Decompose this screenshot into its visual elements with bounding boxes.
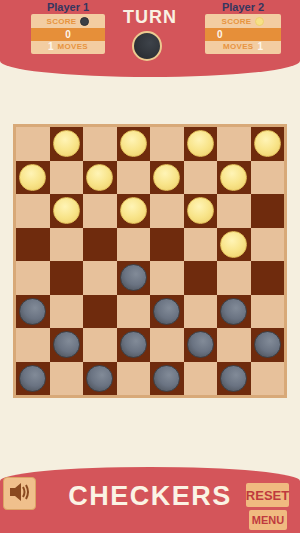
- checker-piece-yellow[interactable]: [220, 231, 247, 258]
- board-square[interactable]: [217, 228, 251, 262]
- board-square[interactable]: [50, 261, 84, 295]
- checker-piece-yellow[interactable]: [86, 164, 113, 191]
- checker-piece-dark[interactable]: [19, 365, 46, 392]
- checker-piece-dark[interactable]: [254, 331, 281, 358]
- player2-panel: SCORE 0 MOVES 1: [205, 14, 281, 54]
- board-square[interactable]: [117, 328, 151, 362]
- checker-piece-yellow[interactable]: [120, 130, 147, 157]
- player2-name: Player 2: [188, 1, 298, 13]
- board-square[interactable]: [251, 194, 285, 228]
- board-square[interactable]: [217, 295, 251, 329]
- checker-piece-dark[interactable]: [86, 365, 113, 392]
- checker-piece-dark[interactable]: [19, 298, 46, 325]
- board-square[interactable]: [117, 127, 151, 161]
- checker-piece-dark[interactable]: [220, 298, 247, 325]
- board-square[interactable]: [251, 261, 285, 295]
- player1-moves-row: 1 MOVES: [31, 41, 105, 52]
- board-square[interactable]: [150, 362, 184, 396]
- board-square[interactable]: [83, 261, 117, 295]
- board-square[interactable]: [184, 194, 218, 228]
- board-square[interactable]: [251, 295, 285, 329]
- board-square[interactable]: [150, 328, 184, 362]
- checker-piece-yellow[interactable]: [19, 164, 46, 191]
- checker-piece-yellow[interactable]: [153, 164, 180, 191]
- board-square[interactable]: [83, 328, 117, 362]
- reset-button[interactable]: RESET: [246, 483, 289, 507]
- checker-piece-dark[interactable]: [220, 365, 247, 392]
- player2-moves-row: MOVES 1: [205, 41, 281, 52]
- board-square[interactable]: [184, 328, 218, 362]
- player1-moves-label: MOVES: [58, 42, 88, 51]
- app-screen: Player 1 SCORE 0 1 MOVES TURN Player 2 S…: [0, 0, 300, 533]
- board-square[interactable]: [217, 362, 251, 396]
- checkers-board: [13, 124, 287, 398]
- board-square[interactable]: [150, 194, 184, 228]
- board-square[interactable]: [16, 328, 50, 362]
- checker-piece-yellow[interactable]: [120, 197, 147, 224]
- board-square[interactable]: [16, 127, 50, 161]
- board-square[interactable]: [83, 194, 117, 228]
- board-square[interactable]: [184, 228, 218, 262]
- board-square[interactable]: [150, 161, 184, 195]
- yellow-checker-icon: [255, 17, 264, 26]
- board-square[interactable]: [217, 161, 251, 195]
- player2-score-label: SCORE: [222, 17, 252, 26]
- player2-score-bar: 0: [205, 28, 281, 41]
- board-square[interactable]: [117, 194, 151, 228]
- board-square[interactable]: [50, 295, 84, 329]
- board-square[interactable]: [184, 362, 218, 396]
- board-square[interactable]: [83, 161, 117, 195]
- checker-piece-dark[interactable]: [187, 331, 214, 358]
- board-square[interactable]: [217, 194, 251, 228]
- board-square[interactable]: [251, 328, 285, 362]
- checker-piece-dark[interactable]: [153, 365, 180, 392]
- board-square[interactable]: [117, 161, 151, 195]
- board-square[interactable]: [16, 194, 50, 228]
- board-square[interactable]: [50, 362, 84, 396]
- board-square[interactable]: [16, 295, 50, 329]
- board-square[interactable]: [184, 261, 218, 295]
- board-square[interactable]: [117, 362, 151, 396]
- player2-score-row: SCORE: [205, 16, 281, 27]
- board-square[interactable]: [251, 228, 285, 262]
- board-square[interactable]: [50, 161, 84, 195]
- checker-piece-yellow[interactable]: [187, 197, 214, 224]
- menu-button[interactable]: MENU: [249, 510, 287, 530]
- board-square[interactable]: [16, 261, 50, 295]
- board-square[interactable]: [184, 295, 218, 329]
- board-grid: [16, 127, 284, 395]
- board-square[interactable]: [251, 127, 285, 161]
- board-square[interactable]: [83, 295, 117, 329]
- checker-piece-yellow[interactable]: [53, 130, 80, 157]
- board-square[interactable]: [217, 328, 251, 362]
- checker-piece-dark[interactable]: [53, 331, 80, 358]
- board-square[interactable]: [251, 362, 285, 396]
- board-square[interactable]: [50, 328, 84, 362]
- board-square[interactable]: [16, 228, 50, 262]
- player1-moves-value: 1: [48, 41, 54, 52]
- board-square[interactable]: [50, 127, 84, 161]
- checker-piece-yellow[interactable]: [53, 197, 80, 224]
- board-square[interactable]: [117, 295, 151, 329]
- checker-piece-yellow[interactable]: [187, 130, 214, 157]
- player2-moves-label: MOVES: [223, 42, 253, 51]
- board-square[interactable]: [150, 127, 184, 161]
- board-square[interactable]: [83, 362, 117, 396]
- board-square[interactable]: [217, 127, 251, 161]
- board-square[interactable]: [117, 261, 151, 295]
- board-square[interactable]: [184, 161, 218, 195]
- board-square[interactable]: [184, 127, 218, 161]
- board-square[interactable]: [251, 161, 285, 195]
- board-square[interactable]: [50, 228, 84, 262]
- board-square[interactable]: [150, 228, 184, 262]
- turn-indicator-dark-piece: [132, 31, 162, 61]
- board-square[interactable]: [50, 194, 84, 228]
- board-square[interactable]: [83, 228, 117, 262]
- checker-piece-dark[interactable]: [120, 331, 147, 358]
- checker-piece-dark[interactable]: [153, 298, 180, 325]
- player1-score-bar: 0: [31, 28, 105, 41]
- board-square[interactable]: [150, 295, 184, 329]
- board-square[interactable]: [217, 261, 251, 295]
- checker-piece-yellow[interactable]: [220, 164, 247, 191]
- player2-moves-value: 1: [257, 41, 263, 52]
- board-square[interactable]: [117, 228, 151, 262]
- checker-piece-dark[interactable]: [120, 264, 147, 291]
- player1-score-value: 0: [65, 29, 71, 40]
- board-square[interactable]: [16, 161, 50, 195]
- checker-piece-yellow[interactable]: [254, 130, 281, 157]
- player2-score-value: 0: [217, 29, 223, 40]
- board-square[interactable]: [16, 362, 50, 396]
- board-square[interactable]: [83, 127, 117, 161]
- board-square[interactable]: [150, 261, 184, 295]
